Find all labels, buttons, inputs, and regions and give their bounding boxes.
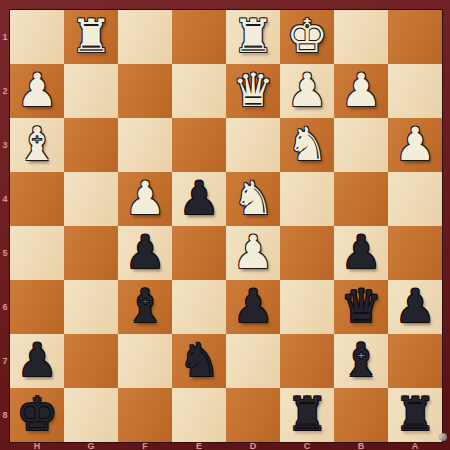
square-g4[interactable] — [64, 172, 118, 226]
square-e6[interactable] — [172, 280, 226, 334]
square-a6[interactable]: ♟ — [388, 280, 442, 334]
square-c1[interactable]: ♚ — [280, 10, 334, 64]
square-e3[interactable] — [172, 118, 226, 172]
white-queen[interactable]: ♛ — [232, 67, 273, 113]
square-g7[interactable] — [64, 334, 118, 388]
rank-label-8: 8 — [0, 388, 10, 442]
white-pawn[interactable]: ♟ — [16, 67, 57, 113]
square-b5[interactable]: ♟ — [334, 226, 388, 280]
square-f4[interactable]: ♟ — [118, 172, 172, 226]
square-f2[interactable] — [118, 64, 172, 118]
square-a5[interactable] — [388, 226, 442, 280]
file-labels: HGFEDCBA — [10, 441, 442, 450]
square-d4[interactable]: ♞ — [226, 172, 280, 226]
white-knight[interactable]: ♞ — [286, 121, 327, 167]
square-h5[interactable] — [10, 226, 64, 280]
black-pawn[interactable]: ♟ — [232, 283, 273, 329]
watermark-dot — [439, 433, 447, 441]
square-e2[interactable] — [172, 64, 226, 118]
chess-board-frame: 12345678 ♜♜♚♟♛♟♟♝♞♟♟♟♞♟♟♟♝♟♛♟♟♞♝♚♜♜ HGFE… — [0, 0, 450, 450]
file-label-B: B — [334, 441, 388, 450]
black-pawn[interactable]: ♟ — [178, 175, 219, 221]
rank-label-7: 7 — [0, 334, 10, 388]
black-knight[interactable]: ♞ — [178, 337, 219, 383]
square-f8[interactable] — [118, 388, 172, 442]
square-b2[interactable]: ♟ — [334, 64, 388, 118]
file-label-G: G — [64, 441, 118, 450]
square-e1[interactable] — [172, 10, 226, 64]
white-pawn[interactable]: ♟ — [232, 229, 273, 275]
square-d6[interactable]: ♟ — [226, 280, 280, 334]
square-d3[interactable] — [226, 118, 280, 172]
file-label-D: D — [226, 441, 280, 450]
square-b8[interactable] — [334, 388, 388, 442]
square-h6[interactable] — [10, 280, 64, 334]
rank-label-1: 1 — [0, 10, 10, 64]
square-g5[interactable] — [64, 226, 118, 280]
white-knight[interactable]: ♞ — [232, 175, 273, 221]
black-king[interactable]: ♚ — [16, 391, 57, 437]
black-bishop[interactable]: ♝ — [124, 283, 165, 329]
square-c5[interactable] — [280, 226, 334, 280]
square-h2[interactable]: ♟ — [10, 64, 64, 118]
square-d7[interactable] — [226, 334, 280, 388]
square-e7[interactable]: ♞ — [172, 334, 226, 388]
white-king[interactable]: ♚ — [286, 13, 327, 59]
black-pawn[interactable]: ♟ — [340, 229, 381, 275]
black-bishop[interactable]: ♝ — [340, 337, 381, 383]
square-c7[interactable] — [280, 334, 334, 388]
square-d5[interactable]: ♟ — [226, 226, 280, 280]
square-f3[interactable] — [118, 118, 172, 172]
square-g3[interactable] — [64, 118, 118, 172]
square-h7[interactable]: ♟ — [10, 334, 64, 388]
square-c4[interactable] — [280, 172, 334, 226]
rank-labels: 12345678 — [0, 10, 10, 442]
white-bishop[interactable]: ♝ — [16, 121, 57, 167]
square-d8[interactable] — [226, 388, 280, 442]
square-d2[interactable]: ♛ — [226, 64, 280, 118]
black-rook[interactable]: ♜ — [286, 391, 327, 437]
black-pawn[interactable]: ♟ — [124, 229, 165, 275]
black-pawn[interactable]: ♟ — [394, 283, 435, 329]
square-h1[interactable] — [10, 10, 64, 64]
white-pawn[interactable]: ♟ — [394, 121, 435, 167]
square-a1[interactable] — [388, 10, 442, 64]
white-pawn[interactable]: ♟ — [340, 67, 381, 113]
square-b7[interactable]: ♝ — [334, 334, 388, 388]
square-a4[interactable] — [388, 172, 442, 226]
square-a2[interactable] — [388, 64, 442, 118]
square-f5[interactable]: ♟ — [118, 226, 172, 280]
black-pawn[interactable]: ♟ — [16, 337, 57, 383]
square-e8[interactable] — [172, 388, 226, 442]
rank-label-6: 6 — [0, 280, 10, 334]
square-g8[interactable] — [64, 388, 118, 442]
chess-board[interactable]: ♜♜♚♟♛♟♟♝♞♟♟♟♞♟♟♟♝♟♛♟♟♞♝♚♜♜ — [10, 10, 442, 442]
black-queen[interactable]: ♛ — [340, 283, 381, 329]
square-h4[interactable] — [10, 172, 64, 226]
file-label-E: E — [172, 441, 226, 450]
white-pawn[interactable]: ♟ — [286, 67, 327, 113]
square-d1[interactable]: ♜ — [226, 10, 280, 64]
rank-label-5: 5 — [0, 226, 10, 280]
square-g1[interactable]: ♜ — [64, 10, 118, 64]
white-rook[interactable]: ♜ — [232, 13, 273, 59]
square-b6[interactable]: ♛ — [334, 280, 388, 334]
square-h3[interactable]: ♝ — [10, 118, 64, 172]
square-e4[interactable]: ♟ — [172, 172, 226, 226]
square-b1[interactable] — [334, 10, 388, 64]
white-rook[interactable]: ♜ — [70, 13, 111, 59]
file-label-H: H — [10, 441, 64, 450]
file-label-A: A — [388, 441, 442, 450]
square-c8[interactable]: ♜ — [280, 388, 334, 442]
square-g2[interactable] — [64, 64, 118, 118]
square-b3[interactable] — [334, 118, 388, 172]
square-b4[interactable] — [334, 172, 388, 226]
black-rook[interactable]: ♜ — [394, 391, 435, 437]
rank-label-3: 3 — [0, 118, 10, 172]
rank-label-4: 4 — [0, 172, 10, 226]
square-e5[interactable] — [172, 226, 226, 280]
square-f1[interactable] — [118, 10, 172, 64]
square-a7[interactable] — [388, 334, 442, 388]
square-a3[interactable]: ♟ — [388, 118, 442, 172]
square-c6[interactable] — [280, 280, 334, 334]
square-f7[interactable] — [118, 334, 172, 388]
square-a8[interactable]: ♜ — [388, 388, 442, 442]
square-c3[interactable]: ♞ — [280, 118, 334, 172]
square-h8[interactable]: ♚ — [10, 388, 64, 442]
square-c2[interactable]: ♟ — [280, 64, 334, 118]
rank-label-2: 2 — [0, 64, 10, 118]
file-label-F: F — [118, 441, 172, 450]
white-pawn[interactable]: ♟ — [124, 175, 165, 221]
square-f6[interactable]: ♝ — [118, 280, 172, 334]
square-g6[interactable] — [64, 280, 118, 334]
file-label-C: C — [280, 441, 334, 450]
